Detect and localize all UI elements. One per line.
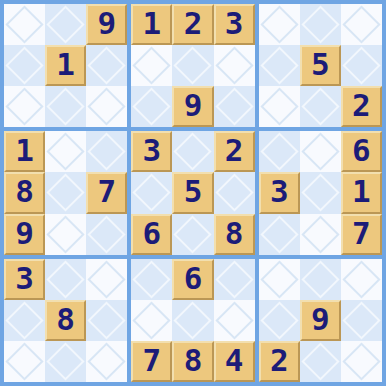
cell-r7c7[interactable] [259, 259, 300, 300]
box-1-1: 91 [4, 4, 127, 127]
diamond-icon [215, 174, 253, 212]
cell-r3c3[interactable] [86, 86, 127, 127]
cell-r6c1: 9 [4, 214, 45, 255]
given-digit: 6 [143, 218, 162, 249]
diamond-icon [47, 260, 85, 298]
given-digit: 7 [143, 345, 162, 376]
sudoku-board: 91123952187932568631738678492 [0, 0, 386, 386]
cell-r5c5: 5 [172, 172, 213, 213]
diamond-icon [301, 88, 339, 126]
given-digit: 9 [15, 218, 34, 249]
diamond-icon [215, 88, 253, 126]
cell-r7c9[interactable] [341, 259, 382, 300]
given-digit: 3 [270, 176, 289, 207]
diamond-icon [301, 260, 339, 298]
cell-r5c2[interactable] [45, 172, 86, 213]
diamond-icon [215, 47, 253, 85]
cell-r4c2[interactable] [45, 131, 86, 172]
diamond-icon [260, 88, 298, 126]
diamond-icon [174, 133, 212, 171]
diamond-icon [260, 47, 298, 85]
diamond-icon [260, 215, 298, 253]
diamond-icon [47, 5, 85, 43]
cell-r3c1[interactable] [4, 86, 45, 127]
cell-r8c8: 9 [300, 300, 341, 341]
cell-r9c3[interactable] [86, 341, 127, 382]
cell-r7c8[interactable] [300, 259, 341, 300]
cell-r4c6: 2 [214, 131, 255, 172]
given-digit: 9 [97, 8, 116, 39]
cell-r6c4: 6 [131, 214, 172, 255]
diamond-icon [5, 47, 43, 85]
box-3-3: 92 [259, 259, 382, 382]
cell-r9c7: 2 [259, 341, 300, 382]
given-digit: 9 [311, 304, 330, 335]
diamond-icon [88, 88, 126, 126]
cell-r1c7[interactable] [259, 4, 300, 45]
diamond-icon [88, 301, 126, 339]
cell-r3c9: 2 [341, 86, 382, 127]
cell-r4c5[interactable] [172, 131, 213, 172]
cell-r2c5[interactable] [172, 45, 213, 86]
given-digit: 1 [15, 135, 34, 166]
given-digit: 1 [352, 176, 371, 207]
cell-r2c3[interactable] [86, 45, 127, 86]
cell-r3c6[interactable] [214, 86, 255, 127]
diamond-icon [5, 5, 43, 43]
diamond-icon [342, 47, 380, 85]
given-digit: 5 [184, 176, 203, 207]
cell-r9c8[interactable] [300, 341, 341, 382]
given-digit: 5 [311, 49, 330, 80]
cell-r8c4[interactable] [131, 300, 172, 341]
cell-r9c6: 4 [214, 341, 255, 382]
diamond-icon [301, 5, 339, 43]
diamond-icon [342, 260, 380, 298]
cell-r3c8[interactable] [300, 86, 341, 127]
cell-r1c8[interactable] [300, 4, 341, 45]
cell-r4c8[interactable] [300, 131, 341, 172]
given-digit: 1 [143, 8, 162, 39]
diamond-icon [47, 133, 85, 171]
cell-r5c3: 7 [86, 172, 127, 213]
cell-r8c1[interactable] [4, 300, 45, 341]
diamond-icon [215, 260, 253, 298]
cell-r3c2[interactable] [45, 86, 86, 127]
cell-r9c1[interactable] [4, 341, 45, 382]
diamond-icon [342, 301, 380, 339]
given-digit: 8 [184, 345, 203, 376]
given-digit: 2 [270, 345, 289, 376]
cell-r1c6: 3 [214, 4, 255, 45]
cell-r7c6[interactable] [214, 259, 255, 300]
cell-r6c7[interactable] [259, 214, 300, 255]
cell-r1c4: 1 [131, 4, 172, 45]
cell-r1c3: 9 [86, 4, 127, 45]
box-2-3: 6317 [259, 131, 382, 254]
diamond-icon [5, 342, 43, 380]
diamond-icon [301, 342, 339, 380]
diamond-icon [133, 301, 171, 339]
box-1-2: 1239 [131, 4, 254, 127]
diamond-icon [260, 260, 298, 298]
diamond-icon [5, 88, 43, 126]
box-1-3: 52 [259, 4, 382, 127]
diamond-icon [174, 215, 212, 253]
diamond-icon [133, 260, 171, 298]
cell-r8c2: 8 [45, 300, 86, 341]
diamond-icon [215, 301, 253, 339]
cell-r5c8[interactable] [300, 172, 341, 213]
given-digit: 2 [184, 8, 203, 39]
cell-r6c3[interactable] [86, 214, 127, 255]
given-digit: 3 [15, 263, 34, 294]
cell-r7c5: 6 [172, 259, 213, 300]
cell-r7c1: 3 [4, 259, 45, 300]
cell-r1c2[interactable] [45, 4, 86, 45]
cell-r3c4[interactable] [131, 86, 172, 127]
diamond-icon [133, 88, 171, 126]
cell-r5c9: 1 [341, 172, 382, 213]
diamond-icon [133, 47, 171, 85]
cell-r2c1[interactable] [4, 45, 45, 86]
cell-r4c7[interactable] [259, 131, 300, 172]
given-digit: 4 [225, 345, 244, 376]
cell-r2c6[interactable] [214, 45, 255, 86]
cell-r6c8[interactable] [300, 214, 341, 255]
cell-r2c8: 5 [300, 45, 341, 86]
cell-r9c5: 8 [172, 341, 213, 382]
given-digit: 2 [225, 135, 244, 166]
given-digit: 6 [184, 263, 203, 294]
given-digit: 8 [56, 304, 75, 335]
given-digit: 7 [97, 176, 116, 207]
cell-r2c9[interactable] [341, 45, 382, 86]
diamond-icon [301, 174, 339, 212]
cell-r5c7: 3 [259, 172, 300, 213]
box-3-1: 38 [4, 259, 127, 382]
cell-r1c1[interactable] [4, 4, 45, 45]
cell-r8c5[interactable] [172, 300, 213, 341]
given-digit: 3 [143, 135, 162, 166]
cell-r7c4[interactable] [131, 259, 172, 300]
diamond-icon [342, 5, 380, 43]
cell-r7c3[interactable] [86, 259, 127, 300]
diamond-icon [47, 174, 85, 212]
cell-r3c5: 9 [172, 86, 213, 127]
given-digit: 2 [352, 90, 371, 121]
diamond-icon [88, 47, 126, 85]
diamond-icon [88, 133, 126, 171]
cell-r2c2: 1 [45, 45, 86, 86]
cell-r4c1: 1 [4, 131, 45, 172]
cell-r7c2[interactable] [45, 259, 86, 300]
diamond-icon [260, 5, 298, 43]
diamond-icon [88, 260, 126, 298]
given-digit: 8 [225, 218, 244, 249]
diamond-icon [260, 301, 298, 339]
cell-r5c4[interactable] [131, 172, 172, 213]
box-2-1: 1879 [4, 131, 127, 254]
cell-r2c4[interactable] [131, 45, 172, 86]
diamond-icon [47, 215, 85, 253]
diamond-icon [47, 88, 85, 126]
given-digit: 7 [352, 218, 371, 249]
diamond-icon [88, 342, 126, 380]
cell-r9c2[interactable] [45, 341, 86, 382]
cell-r8c6[interactable] [214, 300, 255, 341]
cell-r6c9: 7 [341, 214, 382, 255]
given-digit: 6 [352, 135, 371, 166]
cell-r5c6[interactable] [214, 172, 255, 213]
given-digit: 3 [225, 8, 244, 39]
diamond-icon [301, 133, 339, 171]
diamond-icon [47, 342, 85, 380]
cell-r6c6: 8 [214, 214, 255, 255]
cell-r9c4: 7 [131, 341, 172, 382]
cell-r9c9[interactable] [341, 341, 382, 382]
diamond-icon [5, 301, 43, 339]
box-3-2: 6784 [131, 259, 254, 382]
cell-r4c9: 6 [341, 131, 382, 172]
diamond-icon [133, 174, 171, 212]
given-digit: 9 [184, 90, 203, 121]
box-2-2: 32568 [131, 131, 254, 254]
given-digit: 1 [56, 49, 75, 80]
cell-r8c7[interactable] [259, 300, 300, 341]
cell-r4c4: 3 [131, 131, 172, 172]
cell-r2c7[interactable] [259, 45, 300, 86]
cell-r5c1: 8 [4, 172, 45, 213]
given-digit: 8 [15, 176, 34, 207]
cell-r1c9[interactable] [341, 4, 382, 45]
diamond-icon [342, 342, 380, 380]
diamond-icon [174, 47, 212, 85]
diamond-icon [301, 215, 339, 253]
cell-r6c2[interactable] [45, 214, 86, 255]
diamond-icon [88, 215, 126, 253]
cell-r4c3[interactable] [86, 131, 127, 172]
cell-r6c5[interactable] [172, 214, 213, 255]
cell-r1c5: 2 [172, 4, 213, 45]
cell-r3c7[interactable] [259, 86, 300, 127]
cell-r8c9[interactable] [341, 300, 382, 341]
diamond-icon [174, 301, 212, 339]
diamond-icon [260, 133, 298, 171]
cell-r8c3[interactable] [86, 300, 127, 341]
